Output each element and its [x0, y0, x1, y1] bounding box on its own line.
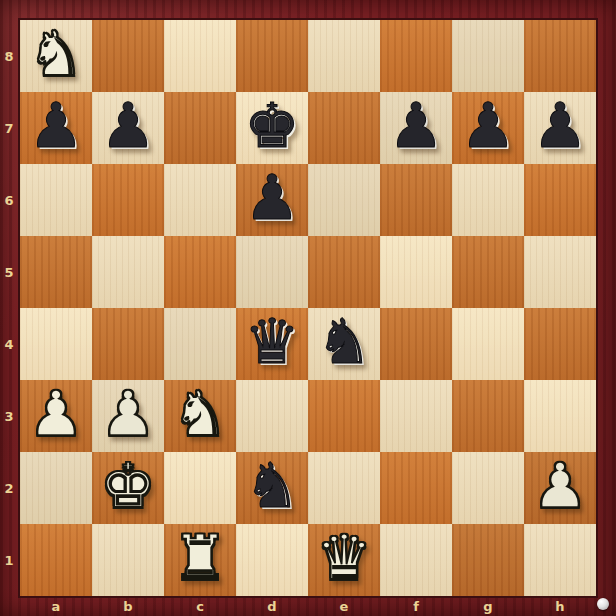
rank-label-2: 2 — [0, 452, 18, 524]
piece-black-knight[interactable]: ♞ — [244, 455, 300, 517]
square-g4[interactable] — [452, 308, 524, 380]
square-d3[interactable] — [236, 380, 308, 452]
square-b8[interactable] — [92, 20, 164, 92]
square-c5[interactable] — [164, 236, 236, 308]
square-a4[interactable] — [20, 308, 92, 380]
square-e1[interactable]: ♛ — [308, 524, 380, 596]
square-h6[interactable] — [524, 164, 596, 236]
chess-board-frame: ♞♟♟♚♟♟♟♟♛♞♟♟♞♚♞♟♜♛ 87654321 abcdefgh — [0, 0, 616, 616]
square-e6[interactable] — [308, 164, 380, 236]
piece-black-pawn[interactable]: ♟ — [460, 95, 516, 157]
file-label-b: b — [92, 597, 164, 615]
piece-white-pawn[interactable]: ♟ — [100, 383, 156, 445]
square-e8[interactable] — [308, 20, 380, 92]
square-a7[interactable]: ♟ — [20, 92, 92, 164]
white-to-move-indicator — [597, 598, 609, 610]
piece-black-queen[interactable]: ♛ — [244, 311, 300, 373]
square-a6[interactable] — [20, 164, 92, 236]
square-h4[interactable] — [524, 308, 596, 380]
file-label-g: g — [452, 597, 524, 615]
rank-label-6: 6 — [0, 164, 18, 236]
square-e3[interactable] — [308, 380, 380, 452]
square-c6[interactable] — [164, 164, 236, 236]
square-d5[interactable] — [236, 236, 308, 308]
square-b6[interactable] — [92, 164, 164, 236]
rank-label-8: 8 — [0, 20, 18, 92]
square-g2[interactable] — [452, 452, 524, 524]
square-b2[interactable]: ♚ — [92, 452, 164, 524]
piece-black-pawn[interactable]: ♟ — [388, 95, 444, 157]
square-c8[interactable] — [164, 20, 236, 92]
square-f1[interactable] — [380, 524, 452, 596]
file-label-e: e — [308, 597, 380, 615]
square-h2[interactable]: ♟ — [524, 452, 596, 524]
rank-label-3: 3 — [0, 380, 18, 452]
square-a5[interactable] — [20, 236, 92, 308]
rank-label-5: 5 — [0, 236, 18, 308]
square-f6[interactable] — [380, 164, 452, 236]
square-g6[interactable] — [452, 164, 524, 236]
file-label-d: d — [236, 597, 308, 615]
square-f8[interactable] — [380, 20, 452, 92]
square-h5[interactable] — [524, 236, 596, 308]
file-labels: abcdefgh — [20, 596, 596, 616]
piece-white-knight[interactable]: ♞ — [172, 383, 228, 445]
chess-board: ♞♟♟♚♟♟♟♟♛♞♟♟♞♚♞♟♜♛ — [20, 20, 596, 596]
square-d8[interactable] — [236, 20, 308, 92]
square-f5[interactable] — [380, 236, 452, 308]
file-label-a: a — [20, 597, 92, 615]
square-e7[interactable] — [308, 92, 380, 164]
square-d1[interactable] — [236, 524, 308, 596]
piece-white-king[interactable]: ♚ — [100, 455, 156, 517]
rank-label-7: 7 — [0, 92, 18, 164]
square-a2[interactable] — [20, 452, 92, 524]
square-a1[interactable] — [20, 524, 92, 596]
square-b3[interactable]: ♟ — [92, 380, 164, 452]
square-f2[interactable] — [380, 452, 452, 524]
square-f4[interactable] — [380, 308, 452, 380]
square-e4[interactable]: ♞ — [308, 308, 380, 380]
file-label-f: f — [380, 597, 452, 615]
square-h3[interactable] — [524, 380, 596, 452]
square-c4[interactable] — [164, 308, 236, 380]
square-f7[interactable]: ♟ — [380, 92, 452, 164]
square-b5[interactable] — [92, 236, 164, 308]
piece-black-knight[interactable]: ♞ — [316, 311, 372, 373]
rank-label-4: 4 — [0, 308, 18, 380]
square-b4[interactable] — [92, 308, 164, 380]
square-e2[interactable] — [308, 452, 380, 524]
file-label-c: c — [164, 597, 236, 615]
rank-label-1: 1 — [0, 524, 18, 596]
square-g1[interactable] — [452, 524, 524, 596]
piece-white-knight[interactable]: ♞ — [28, 23, 84, 85]
square-h8[interactable] — [524, 20, 596, 92]
square-g7[interactable]: ♟ — [452, 92, 524, 164]
file-label-h: h — [524, 597, 596, 615]
square-a8[interactable]: ♞ — [20, 20, 92, 92]
square-g3[interactable] — [452, 380, 524, 452]
square-d6[interactable]: ♟ — [236, 164, 308, 236]
square-c3[interactable]: ♞ — [164, 380, 236, 452]
piece-black-king[interactable]: ♚ — [244, 95, 300, 157]
square-c7[interactable] — [164, 92, 236, 164]
piece-black-pawn[interactable]: ♟ — [28, 95, 84, 157]
square-h1[interactable] — [524, 524, 596, 596]
square-c1[interactable]: ♜ — [164, 524, 236, 596]
square-d2[interactable]: ♞ — [236, 452, 308, 524]
piece-black-pawn[interactable]: ♟ — [100, 95, 156, 157]
piece-white-rook[interactable]: ♜ — [172, 527, 228, 589]
square-c2[interactable] — [164, 452, 236, 524]
square-h7[interactable]: ♟ — [524, 92, 596, 164]
square-f3[interactable] — [380, 380, 452, 452]
square-b1[interactable] — [92, 524, 164, 596]
piece-white-pawn[interactable]: ♟ — [532, 455, 588, 517]
piece-black-pawn[interactable]: ♟ — [244, 167, 300, 229]
square-b7[interactable]: ♟ — [92, 92, 164, 164]
piece-white-queen[interactable]: ♛ — [316, 527, 372, 589]
square-g8[interactable] — [452, 20, 524, 92]
piece-white-pawn[interactable]: ♟ — [28, 383, 84, 445]
square-d7[interactable]: ♚ — [236, 92, 308, 164]
square-e5[interactable] — [308, 236, 380, 308]
piece-black-pawn[interactable]: ♟ — [532, 95, 588, 157]
square-g5[interactable] — [452, 236, 524, 308]
square-a3[interactable]: ♟ — [20, 380, 92, 452]
rank-labels: 87654321 — [0, 20, 18, 596]
square-d4[interactable]: ♛ — [236, 308, 308, 380]
